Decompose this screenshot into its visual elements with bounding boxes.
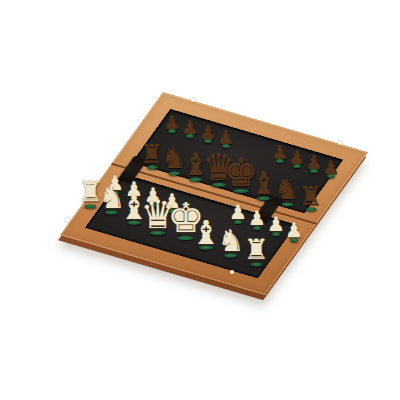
green-felt-base [106, 210, 119, 214]
white-bishop: ♝ [191, 217, 221, 248]
black-pawn: ♟ [182, 119, 198, 136]
green-felt-base [272, 232, 280, 236]
green-felt-base [147, 165, 158, 169]
black-bishop: ♝ [251, 170, 278, 199]
green-felt-base [258, 196, 271, 200]
green-felt-base [327, 174, 335, 178]
green-felt-base [250, 262, 262, 266]
chess-case-photo: ♟♟♟♟♟♟♟♟♜♞♝♛♚♝♞♜♟♟♟♟♟♟♟♟♜♞♝♛♚♝♞♜ [0, 0, 400, 400]
black-pawn: ♟ [289, 149, 305, 166]
green-felt-base [225, 253, 238, 257]
screw-dot [191, 98, 195, 102]
black-rook: ♜ [140, 142, 163, 167]
knight-glyph: ♞ [218, 227, 245, 256]
green-felt-base [168, 171, 180, 175]
green-felt-base [127, 221, 141, 225]
green-felt-base [150, 231, 166, 235]
white-rook: ♜ [243, 237, 268, 264]
bishop-glyph: ♝ [251, 170, 278, 199]
rook-glyph: ♜ [299, 184, 322, 209]
green-felt-base [253, 226, 261, 230]
white-pawn: ♟ [229, 203, 247, 222]
green-felt-base [168, 129, 176, 133]
white-knight: ♞ [218, 227, 245, 256]
screw-dot [230, 270, 234, 274]
rook-glyph: ♜ [243, 237, 268, 264]
green-felt-base [204, 139, 212, 143]
green-felt-base [199, 246, 213, 250]
green-felt-base [186, 134, 194, 138]
green-felt-base [290, 238, 298, 242]
knight-glyph: ♞ [274, 177, 299, 204]
white-pawn: ♟ [248, 209, 266, 228]
green-felt-base [190, 177, 203, 181]
screw-dot [338, 141, 342, 145]
white-pawn: ♟ [285, 221, 303, 240]
rook-glyph: ♜ [140, 142, 163, 167]
green-felt-base [233, 189, 249, 193]
black-pawn: ♟ [164, 114, 180, 131]
green-felt-base [310, 169, 318, 173]
black-pawn: ♟ [306, 154, 322, 171]
black-pawn: ♟ [218, 129, 234, 146]
green-felt-base [276, 159, 284, 163]
green-felt-base [306, 207, 317, 211]
green-felt-base [281, 202, 293, 206]
screw-dot [66, 218, 70, 222]
black-pawn: ♟ [200, 124, 216, 141]
green-felt-base [84, 204, 96, 208]
black-pawn: ♟ [272, 144, 288, 161]
black-pawn: ♟ [323, 159, 339, 176]
black-rook: ♜ [299, 184, 322, 209]
black-knight: ♞ [274, 177, 299, 204]
green-felt-base [293, 164, 301, 168]
bishop-glyph: ♝ [191, 217, 221, 248]
white-pawn: ♟ [267, 215, 285, 234]
